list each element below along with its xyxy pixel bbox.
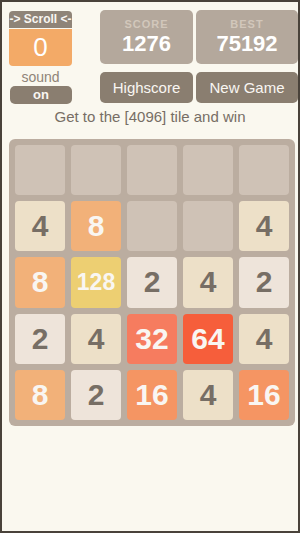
tile-8: 8 bbox=[15, 257, 65, 307]
goal-tip-text: Get to the [4096] tile and win bbox=[2, 108, 298, 125]
tile-4: 4 bbox=[15, 201, 65, 251]
tile-2: 2 bbox=[239, 257, 289, 307]
empty-cell bbox=[239, 145, 289, 195]
empty-cell bbox=[183, 145, 233, 195]
empty-cell bbox=[127, 145, 177, 195]
tile-16: 16 bbox=[127, 370, 177, 420]
tile-4: 4 bbox=[183, 257, 233, 307]
new-game-button[interactable]: New Game bbox=[196, 72, 298, 103]
best-label: BEST bbox=[230, 18, 263, 30]
highscore-button[interactable]: Highscore bbox=[100, 72, 193, 103]
tile-8: 8 bbox=[71, 201, 121, 251]
tile-2: 2 bbox=[15, 314, 65, 364]
game-board[interactable]: 484812824224326448216416 bbox=[9, 139, 295, 426]
tile-4: 4 bbox=[239, 201, 289, 251]
tile-4: 4 bbox=[183, 370, 233, 420]
tile-2: 2 bbox=[71, 370, 121, 420]
empty-cell bbox=[71, 145, 121, 195]
tile-32: 32 bbox=[127, 314, 177, 364]
tile-4: 4 bbox=[239, 314, 289, 364]
sound-toggle-button[interactable]: on bbox=[10, 86, 72, 104]
tile-128: 128 bbox=[71, 257, 121, 307]
tile-8: 8 bbox=[15, 370, 65, 420]
scroll-button[interactable]: -> Scroll <- bbox=[9, 11, 72, 28]
app-window: -> Scroll <- 0 sound on SCORE 1276 BEST … bbox=[0, 0, 300, 533]
score-box: SCORE 1276 bbox=[100, 10, 193, 64]
tile-16: 16 bbox=[239, 370, 289, 420]
tile-4: 4 bbox=[71, 314, 121, 364]
scroll-counter: 0 bbox=[9, 29, 72, 66]
sound-label: sound bbox=[9, 69, 72, 85]
empty-cell bbox=[15, 145, 65, 195]
score-value: 1276 bbox=[122, 31, 171, 57]
empty-cell bbox=[183, 201, 233, 251]
tile-2: 2 bbox=[127, 257, 177, 307]
best-box: BEST 75192 bbox=[196, 10, 298, 64]
tile-64: 64 bbox=[183, 314, 233, 364]
score-label: SCORE bbox=[124, 18, 168, 30]
empty-cell bbox=[127, 201, 177, 251]
best-value: 75192 bbox=[216, 31, 277, 57]
